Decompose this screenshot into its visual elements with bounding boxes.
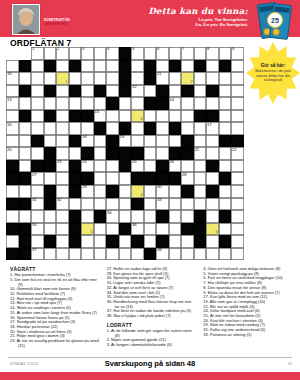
clue-number: 10 <box>7 72 12 76</box>
grid-cell[interactable] <box>6 235 19 248</box>
grid-cell[interactable] <box>69 198 82 211</box>
grid-cell[interactable]: 37 <box>31 248 44 261</box>
grid-cell[interactable]: 19 <box>119 135 132 148</box>
grid-cell[interactable] <box>219 85 232 98</box>
grid-cell[interactable] <box>206 198 219 211</box>
grid-cell[interactable] <box>31 185 44 198</box>
grid-cell[interactable] <box>194 198 207 211</box>
grid-cell[interactable] <box>231 160 244 173</box>
grid-cell[interactable]: 27 <box>31 172 44 185</box>
grid-cell[interactable] <box>119 172 132 185</box>
grid-cell[interactable] <box>119 198 132 211</box>
grid-cell[interactable]: 16 <box>6 122 19 135</box>
black-cell <box>194 235 207 248</box>
grid-cell[interactable]: 9 <box>231 47 244 60</box>
black-cell <box>19 172 32 185</box>
grid-cell[interactable] <box>44 47 57 60</box>
grid-cell[interactable]: 17 <box>206 122 219 135</box>
grid-cell[interactable] <box>131 210 144 223</box>
grid-cell[interactable] <box>206 248 219 261</box>
grid-cell[interactable] <box>119 210 132 223</box>
clue-number: 35 <box>32 223 37 227</box>
grid-cell[interactable] <box>6 60 19 73</box>
grid-cell[interactable] <box>144 185 157 198</box>
grid-cell[interactable] <box>219 248 232 261</box>
grid-cell[interactable] <box>169 235 182 248</box>
clue-number: 17 <box>207 123 212 127</box>
clue-number: 33 <box>157 198 162 202</box>
grid-cell[interactable] <box>31 110 44 123</box>
grid-cell[interactable] <box>181 235 194 248</box>
grid-cell[interactable] <box>169 72 182 85</box>
grid-cell[interactable] <box>194 160 207 173</box>
black-cell <box>119 223 132 236</box>
grid-cell[interactable] <box>56 223 69 236</box>
grid-cell[interactable] <box>44 122 57 135</box>
grid-cell[interactable] <box>106 223 119 236</box>
grid-cell[interactable]: 15 <box>94 110 107 123</box>
grid-cell[interactable] <box>19 210 32 223</box>
grid-cell[interactable]: 22 <box>231 147 244 160</box>
grid-cell[interactable] <box>194 122 207 135</box>
grid-cell[interactable] <box>56 85 69 98</box>
clue-number: 3 <box>82 47 84 51</box>
grid-cell[interactable] <box>94 160 107 173</box>
grid-cell[interactable] <box>156 135 169 148</box>
black-cell <box>144 248 157 261</box>
black-cell <box>219 60 232 73</box>
grid-cell[interactable] <box>56 210 69 223</box>
grid-cell[interactable] <box>131 135 144 148</box>
grid-cell[interactable] <box>31 97 44 110</box>
grid-cell[interactable] <box>119 97 132 110</box>
clue-number: 38 <box>157 248 162 252</box>
clue-number: 2 <box>57 47 59 51</box>
grid-cell[interactable]: 13 <box>6 97 19 110</box>
grid-cell[interactable] <box>206 235 219 248</box>
grid-cell[interactable] <box>94 60 107 73</box>
grid-cell[interactable] <box>194 185 207 198</box>
grid-cell[interactable] <box>56 60 69 73</box>
grid-cell[interactable] <box>56 122 69 135</box>
grid-cell[interactable] <box>106 72 119 85</box>
black-cell <box>219 235 232 248</box>
footer-page-number: 41 <box>288 362 292 366</box>
grid-cell[interactable] <box>56 97 69 110</box>
yellow-cell[interactable]: 2 <box>181 72 194 85</box>
grid-cell[interactable] <box>44 248 57 261</box>
grid-cell[interactable] <box>169 85 182 98</box>
black-cell <box>156 235 169 248</box>
grid-cell[interactable] <box>56 235 69 248</box>
black-cell <box>181 185 194 198</box>
grid-cell[interactable] <box>81 72 94 85</box>
grid-cell[interactable] <box>144 235 157 248</box>
black-cell <box>19 85 32 98</box>
black-cell <box>144 72 157 85</box>
grid-cell[interactable]: 36 <box>131 223 144 236</box>
grid-cell[interactable] <box>156 147 169 160</box>
grid-cell[interactable]: 20 <box>6 147 19 160</box>
grid-cell[interactable]: 4 <box>106 47 119 60</box>
grid-cell[interactable] <box>194 85 207 98</box>
black-cell <box>94 85 107 98</box>
grid-cell[interactable] <box>156 110 169 123</box>
black-cell <box>69 160 82 173</box>
grid-cell[interactable]: 2 <box>56 47 69 60</box>
grid-cell[interactable] <box>144 223 157 236</box>
grid-cell[interactable] <box>94 97 107 110</box>
grid-cell[interactable] <box>219 47 232 60</box>
grid-cell[interactable] <box>169 248 182 261</box>
grid-cell[interactable] <box>169 210 182 223</box>
grid-cell[interactable] <box>231 60 244 73</box>
grid-cell[interactable] <box>206 135 219 148</box>
grid-cell[interactable] <box>219 110 232 123</box>
black-cell <box>44 147 57 160</box>
grid-cell[interactable] <box>231 210 244 223</box>
grid-cell[interactable] <box>19 122 32 135</box>
clue-number: 11 <box>157 72 161 76</box>
grid-cell[interactable] <box>144 110 157 123</box>
grid-cell[interactable] <box>44 172 57 185</box>
bottom-red-bar <box>0 372 300 380</box>
yellow-cell[interactable]: 3 <box>131 110 144 123</box>
prize-title: Detta kan du vinna: <box>148 6 248 16</box>
black-cell <box>6 160 19 173</box>
crossword-grid[interactable]: 1234567891011121213141531617181920212223… <box>6 47 244 260</box>
grid-cell[interactable] <box>94 147 107 160</box>
grid-cell[interactable] <box>231 198 244 211</box>
black-cell <box>19 110 32 123</box>
grid-cell[interactable] <box>181 248 194 261</box>
grid-cell[interactable] <box>44 210 57 223</box>
grid-cell[interactable] <box>169 198 182 211</box>
grid-cell[interactable] <box>181 122 194 135</box>
grid-cell[interactable] <box>231 85 244 98</box>
prize-info: Detta kan du vinna: 1:a pris: Två Sverig… <box>148 6 248 27</box>
grid-cell[interactable] <box>219 72 232 85</box>
clue-column-3: 4. Görs ett hafsverk som dåliga målaren … <box>203 267 293 348</box>
grid-cell[interactable] <box>31 147 44 160</box>
grid-cell[interactable] <box>231 248 244 261</box>
grid-cell[interactable] <box>194 172 207 185</box>
black-cell <box>206 160 219 173</box>
grid-cell[interactable] <box>44 135 57 148</box>
grid-cell[interactable] <box>231 185 244 198</box>
grid-cell[interactable]: 6 <box>156 47 169 60</box>
grid-cell[interactable] <box>231 223 244 236</box>
grid-cell[interactable] <box>206 60 219 73</box>
grid-cell[interactable] <box>69 248 82 261</box>
grid-cell[interactable]: 28 <box>181 172 194 185</box>
grid-cell[interactable] <box>131 60 144 73</box>
clue-number: 18 <box>82 135 87 139</box>
grid-cell[interactable] <box>81 122 94 135</box>
grid-cell[interactable] <box>144 210 157 223</box>
grid-cell[interactable]: 34 <box>106 210 119 223</box>
grid-cell[interactable]: 8 <box>206 47 219 60</box>
grid-cell[interactable] <box>81 248 94 261</box>
grid-cell[interactable] <box>94 223 107 236</box>
grid-cell[interactable] <box>81 235 94 248</box>
black-cell <box>44 60 57 73</box>
grid-cell[interactable] <box>6 185 19 198</box>
black-cell <box>144 122 157 135</box>
grid-cell[interactable] <box>219 122 232 135</box>
byline: KONSTRUKTÖR: LENA PERSSON <box>44 18 71 26</box>
grid-cell[interactable] <box>194 47 207 60</box>
grid-cell[interactable] <box>6 135 19 148</box>
grid-cell[interactable] <box>19 160 32 173</box>
grid-cell[interactable] <box>156 223 169 236</box>
grid-cell[interactable] <box>106 198 119 211</box>
ticket-value-badge: 25 <box>267 12 283 28</box>
clue-number: 14 <box>170 98 175 102</box>
grid-cell[interactable] <box>44 97 57 110</box>
grid-cell[interactable] <box>131 97 144 110</box>
grid-cell[interactable] <box>31 72 44 85</box>
grid-cell[interactable] <box>6 110 19 123</box>
grid-cell[interactable] <box>81 97 94 110</box>
grid-cell[interactable] <box>219 223 232 236</box>
grid-cell[interactable] <box>69 97 82 110</box>
starburst-body: Bokstäverna i de gula rutorna bildar här… <box>252 69 294 82</box>
grid-cell[interactable] <box>56 110 69 123</box>
grid-cell[interactable] <box>56 172 69 185</box>
grid-cell[interactable] <box>144 160 157 173</box>
grid-cell[interactable] <box>144 135 157 148</box>
grid-cell[interactable] <box>44 223 57 236</box>
black-cell <box>81 110 94 123</box>
grid-cell[interactable] <box>231 235 244 248</box>
grid-cell[interactable]: 5 <box>131 47 144 60</box>
clue-number: 23 <box>57 160 62 164</box>
grid-cell[interactable] <box>44 72 57 85</box>
grid-cell[interactable] <box>194 135 207 148</box>
grid-cell[interactable] <box>231 122 244 135</box>
black-cell <box>119 122 132 135</box>
grid-cell[interactable] <box>106 160 119 173</box>
grid-cell[interactable] <box>19 185 32 198</box>
grid-cell[interactable] <box>106 122 119 135</box>
grid-cell[interactable]: 32 <box>56 198 69 211</box>
grid-cell[interactable] <box>119 248 132 261</box>
grid-cell[interactable]: 12 <box>131 85 144 98</box>
grid-cell[interactable] <box>69 122 82 135</box>
grid-cell[interactable] <box>94 198 107 211</box>
grid-cell[interactable] <box>106 248 119 261</box>
clue-number: 22 <box>232 148 237 152</box>
black-cell <box>94 210 107 223</box>
grid-cell[interactable] <box>81 210 94 223</box>
grid-cell[interactable] <box>181 160 194 173</box>
grid-cell[interactable] <box>206 97 219 110</box>
grid-cell[interactable] <box>231 97 244 110</box>
grid-cell[interactable] <box>81 60 94 73</box>
grid-cell[interactable] <box>131 72 144 85</box>
grid-cell[interactable] <box>169 135 182 148</box>
black-cell <box>156 172 169 185</box>
across-clues-part2: 27. Håller en sådan låga vid liv (3)28. … <box>107 267 197 319</box>
yellow-cell[interactable]: 4 <box>131 185 144 198</box>
clue-number: 12 <box>132 85 137 89</box>
clue-number: 34 <box>107 211 112 215</box>
grid-cell[interactable] <box>56 135 69 148</box>
grid-cell[interactable] <box>94 185 107 198</box>
grid-cell[interactable] <box>144 147 157 160</box>
grid-cell[interactable] <box>156 122 169 135</box>
grid-cell[interactable] <box>106 172 119 185</box>
grid-cell[interactable] <box>69 147 82 160</box>
clue-number: 9 <box>232 47 234 51</box>
grid-cell[interactable] <box>31 60 44 73</box>
grid-cell[interactable] <box>219 185 232 198</box>
black-cell <box>69 185 82 198</box>
grid-cell[interactable] <box>119 235 132 248</box>
grid-cell[interactable]: 26 <box>169 160 182 173</box>
grid-cell[interactable] <box>144 47 157 60</box>
grid-cell[interactable] <box>181 97 194 110</box>
black-cell <box>169 122 182 135</box>
grid-cell[interactable]: 18 <box>81 135 94 148</box>
grid-cell[interactable]: 38 <box>156 248 169 261</box>
grid-cell[interactable] <box>144 198 157 211</box>
grid-cell[interactable]: 31 <box>31 198 44 211</box>
grid-cell[interactable] <box>131 122 144 135</box>
black-cell <box>156 97 169 110</box>
grid-cell[interactable] <box>31 85 44 98</box>
grid-cell[interactable] <box>231 172 244 185</box>
grid-cell[interactable] <box>219 198 232 211</box>
grid-cell[interactable] <box>106 110 119 123</box>
grid-cell[interactable]: 1 <box>31 47 44 60</box>
grid-cell[interactable]: 30 <box>156 185 169 198</box>
grid-cell[interactable] <box>31 122 44 135</box>
grid-cell[interactable]: 3 <box>81 47 94 60</box>
black-cell <box>31 135 44 148</box>
grid-cell[interactable]: 23 <box>56 160 69 173</box>
grid-cell[interactable]: 33 <box>156 198 169 211</box>
grid-cell[interactable] <box>6 210 19 223</box>
grid-cell[interactable] <box>94 135 107 148</box>
black-cell <box>156 160 169 173</box>
black-cell <box>19 248 32 261</box>
grid-cell[interactable] <box>206 147 219 160</box>
grid-cell[interactable] <box>206 72 219 85</box>
grid-cell[interactable] <box>56 147 69 160</box>
grid-cell[interactable] <box>19 135 32 148</box>
grid-cell[interactable] <box>206 210 219 223</box>
yellow-cell[interactable]: 1 <box>56 72 69 85</box>
grid-cell[interactable] <box>156 60 169 73</box>
black-cell <box>144 97 157 110</box>
grid-cell[interactable] <box>169 185 182 198</box>
grid-cell[interactable] <box>131 248 144 261</box>
clue-number: 26 <box>170 160 175 164</box>
black-cell <box>131 235 144 248</box>
grid-cell[interactable] <box>94 172 107 185</box>
grid-cell[interactable] <box>206 172 219 185</box>
grid-cell[interactable]: 24 <box>81 160 94 173</box>
grid-cell[interactable] <box>181 60 194 73</box>
grid-cell[interactable] <box>94 248 107 261</box>
yellow-cell[interactable]: 5 <box>81 223 94 236</box>
grid-cell[interactable] <box>119 110 132 123</box>
prize-line-2: 2:a–5:e pris: En Sverigelott. <box>148 22 248 27</box>
void-cell <box>19 47 32 60</box>
grid-cell[interactable] <box>19 147 32 160</box>
grid-cell[interactable] <box>169 47 182 60</box>
black-cell <box>69 60 82 73</box>
grid-cell[interactable] <box>194 97 207 110</box>
black-cell <box>181 135 194 148</box>
clue-column-1: VÅGRÄTT 1. Har posterformat i innerficka… <box>10 267 100 348</box>
black-cell <box>19 60 32 73</box>
grid-cell[interactable] <box>219 160 232 173</box>
grid-cell[interactable] <box>144 85 157 98</box>
grid-cell[interactable]: 14 <box>169 97 182 110</box>
grid-cell[interactable] <box>56 248 69 261</box>
black-cell <box>144 60 157 73</box>
grid-cell[interactable]: 10 <box>6 72 19 85</box>
grid-cell[interactable] <box>194 72 207 85</box>
grid-cell[interactable] <box>231 72 244 85</box>
grid-cell[interactable] <box>194 248 207 261</box>
black-cell <box>156 85 169 98</box>
grid-cell[interactable] <box>219 97 232 110</box>
grid-cell[interactable] <box>19 97 32 110</box>
grid-cell[interactable] <box>231 110 244 123</box>
grid-cell[interactable]: 21 <box>194 147 207 160</box>
yellow-cell[interactable]: 6 <box>206 223 219 236</box>
grid-cell[interactable] <box>69 72 82 85</box>
clue-number: 13 <box>7 98 12 102</box>
grid-cell[interactable] <box>106 60 119 73</box>
black-cell <box>194 210 207 223</box>
grid-cell[interactable] <box>19 72 32 85</box>
grid-cell[interactable]: 29 <box>81 185 94 198</box>
grid-cell[interactable] <box>169 223 182 236</box>
grid-cell[interactable]: 35 <box>31 223 44 236</box>
grid-cell[interactable] <box>56 185 69 198</box>
grid-cell[interactable] <box>94 72 107 85</box>
grid-cell[interactable] <box>94 235 107 248</box>
clue-item: 38. Ska vi hjälpa i vid plats paket (7) <box>107 314 197 319</box>
black-cell <box>131 172 144 185</box>
grid-cell[interactable] <box>69 47 82 60</box>
black-cell <box>119 147 132 160</box>
grid-cell[interactable] <box>106 85 119 98</box>
grid-cell[interactable] <box>169 110 182 123</box>
grid-cell[interactable]: 25 <box>131 160 144 173</box>
grid-cell[interactable] <box>181 110 194 123</box>
grid-cell[interactable] <box>181 198 194 211</box>
down-clues-part2: 4. Görs ett hafsverk som dåliga målaren … <box>203 267 293 338</box>
void-cell <box>6 47 19 60</box>
grid-cell[interactable] <box>81 85 94 98</box>
grid-cell[interactable] <box>219 147 232 160</box>
grid-cell[interactable] <box>31 210 44 223</box>
grid-cell[interactable] <box>31 235 44 248</box>
grid-cell[interactable] <box>81 198 94 211</box>
grid-cell[interactable] <box>6 85 19 98</box>
grid-cell[interactable] <box>181 210 194 223</box>
grid-cell[interactable] <box>119 185 132 198</box>
grid-cell[interactable]: 11 <box>156 72 169 85</box>
grid-cell[interactable] <box>94 47 107 60</box>
grid-cell[interactable]: 7 <box>181 47 194 60</box>
